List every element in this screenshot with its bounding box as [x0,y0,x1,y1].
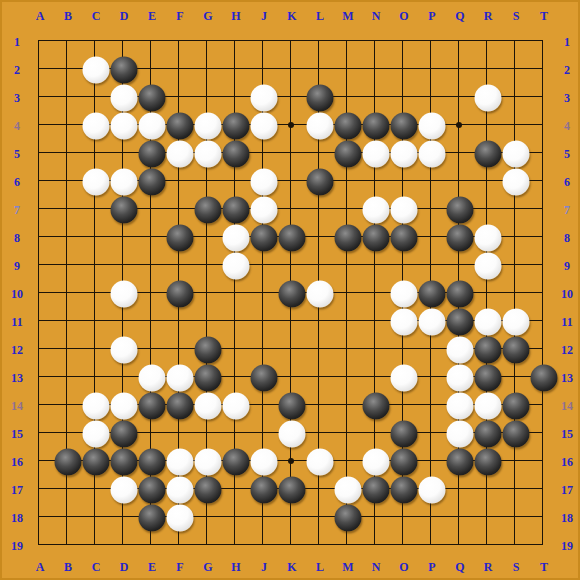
column-label-bottom: N [372,561,381,573]
column-label-top: F [176,10,183,22]
stone-white[interactable] [447,365,474,392]
row-label-left: 15 [11,428,23,440]
stone-black[interactable] [447,449,474,476]
stone-white[interactable] [167,477,194,504]
stone-white[interactable] [363,449,390,476]
column-label-top: O [399,10,408,22]
row-label-right: 10 [561,288,573,300]
stone-white[interactable] [251,449,278,476]
stone-white[interactable] [419,141,446,168]
row-label-right: 15 [561,428,573,440]
stone-black[interactable] [363,225,390,252]
row-label-left: 11 [11,316,22,328]
stone-white[interactable] [447,393,474,420]
star-point [288,122,294,128]
stone-black[interactable] [223,449,250,476]
stone-white[interactable] [167,505,194,532]
row-label-right: 9 [564,260,570,272]
stone-white[interactable] [83,421,110,448]
stone-white[interactable] [391,309,418,336]
row-label-left: 5 [14,148,20,160]
row-label-left: 1 [14,36,20,48]
column-label-bottom: Q [455,561,464,573]
stone-black[interactable] [447,225,474,252]
row-label-right: 14 [561,400,573,412]
column-label-top: H [231,10,240,22]
stone-white[interactable] [223,253,250,280]
column-label-top: J [261,10,267,22]
stone-white[interactable] [139,113,166,140]
stone-black[interactable] [139,393,166,420]
go-board[interactable]: AABBCCDDEEFFGGHHJJKKLLMMNNOOPPQQRRSSTT11… [0,0,580,580]
stone-black[interactable] [363,393,390,420]
stone-white[interactable] [391,197,418,224]
row-label-right: 5 [564,148,570,160]
stone-black[interactable] [195,337,222,364]
stone-black[interactable] [139,505,166,532]
grid-line [38,544,543,545]
stone-black[interactable] [503,421,530,448]
row-label-left: 12 [11,344,23,356]
row-label-left: 2 [14,64,20,76]
star-point [456,122,462,128]
stone-black[interactable] [251,225,278,252]
stone-black[interactable] [447,197,474,224]
stone-black[interactable] [475,141,502,168]
stone-black[interactable] [335,113,362,140]
stone-black[interactable] [251,365,278,392]
stone-black[interactable] [167,113,194,140]
stone-white[interactable] [335,477,362,504]
row-label-left: 3 [14,92,20,104]
stone-black[interactable] [279,393,306,420]
column-label-top: R [484,10,493,22]
row-label-right: 6 [564,176,570,188]
stone-white[interactable] [307,113,334,140]
column-label-top: Q [455,10,464,22]
stone-white[interactable] [419,113,446,140]
stone-white[interactable] [475,85,502,112]
column-label-top: D [120,10,129,22]
stone-black[interactable] [335,225,362,252]
stone-black[interactable] [139,449,166,476]
row-label-right: 19 [561,540,573,552]
row-label-right: 4 [564,120,570,132]
stone-white[interactable] [475,253,502,280]
stone-white[interactable] [251,197,278,224]
stone-black[interactable] [195,365,222,392]
row-label-left: 14 [11,400,23,412]
stone-white[interactable] [307,281,334,308]
column-label-bottom: H [231,561,240,573]
column-label-top: E [148,10,156,22]
grid-line [542,40,543,545]
stone-black[interactable] [139,169,166,196]
stone-white[interactable] [447,421,474,448]
stone-black[interactable] [475,337,502,364]
column-label-bottom: L [316,561,324,573]
stone-white[interactable] [503,169,530,196]
stone-white[interactable] [447,337,474,364]
stone-black[interactable] [363,113,390,140]
stone-white[interactable] [111,337,138,364]
stone-white[interactable] [391,365,418,392]
stone-white[interactable] [363,197,390,224]
row-label-right: 11 [561,316,572,328]
stone-white[interactable] [307,449,334,476]
stone-black[interactable] [167,225,194,252]
stone-black[interactable] [111,449,138,476]
stone-white[interactable] [475,225,502,252]
column-label-bottom: A [36,561,45,573]
column-label-top: K [287,10,296,22]
column-label-top: L [316,10,324,22]
column-label-top: S [513,10,520,22]
stone-black[interactable] [391,225,418,252]
stone-white[interactable] [195,449,222,476]
stone-black[interactable] [139,85,166,112]
stone-white[interactable] [391,281,418,308]
stone-white[interactable] [503,309,530,336]
column-label-bottom: R [484,561,493,573]
stone-white[interactable] [223,393,250,420]
grid-line [514,40,515,545]
column-label-bottom: P [428,561,435,573]
stone-black[interactable] [55,449,82,476]
stone-white[interactable] [111,169,138,196]
column-label-bottom: S [513,561,520,573]
stone-black[interactable] [503,393,530,420]
grid-line [38,516,543,517]
stone-white[interactable] [139,365,166,392]
stone-black[interactable] [195,197,222,224]
row-label-left: 9 [14,260,20,272]
column-label-bottom: B [64,561,72,573]
stone-white[interactable] [251,85,278,112]
stone-black[interactable] [279,225,306,252]
stone-white[interactable] [363,141,390,168]
stone-white[interactable] [195,141,222,168]
stone-white[interactable] [251,169,278,196]
stone-black[interactable] [167,393,194,420]
stone-black[interactable] [391,449,418,476]
stone-white[interactable] [475,393,502,420]
stone-white[interactable] [279,421,306,448]
row-label-right: 16 [561,456,573,468]
stone-black[interactable] [111,57,138,84]
stone-white[interactable] [83,57,110,84]
row-label-left: 18 [11,512,23,524]
row-label-left: 7 [14,204,20,216]
stone-black[interactable] [139,477,166,504]
column-label-bottom: J [261,561,267,573]
stone-black[interactable] [419,281,446,308]
stone-white[interactable] [419,477,446,504]
column-label-bottom: O [399,561,408,573]
row-label-right: 12 [561,344,573,356]
row-label-right: 8 [564,232,570,244]
stone-white[interactable] [83,393,110,420]
stone-black[interactable] [223,113,250,140]
row-label-right: 13 [561,372,573,384]
column-label-top: P [428,10,435,22]
stone-white[interactable] [391,141,418,168]
stone-white[interactable] [111,477,138,504]
stone-black[interactable] [279,477,306,504]
stone-black[interactable] [391,421,418,448]
column-label-top: A [36,10,45,22]
stone-black[interactable] [391,477,418,504]
column-label-top: C [92,10,101,22]
column-label-bottom: K [287,561,296,573]
column-label-bottom: T [540,561,548,573]
row-label-left: 4 [14,120,20,132]
stone-black[interactable] [139,141,166,168]
stone-black[interactable] [223,141,250,168]
stone-black[interactable] [447,281,474,308]
column-label-bottom: D [120,561,129,573]
row-label-left: 13 [11,372,23,384]
stone-black[interactable] [83,449,110,476]
stone-white[interactable] [167,141,194,168]
stone-black[interactable] [475,421,502,448]
stone-white[interactable] [111,85,138,112]
row-label-right: 2 [564,64,570,76]
column-label-bottom: F [176,561,183,573]
stone-black[interactable] [279,281,306,308]
stone-black[interactable] [195,477,222,504]
column-label-top: N [372,10,381,22]
stone-white[interactable] [111,113,138,140]
column-label-top: B [64,10,72,22]
stone-black[interactable] [531,365,558,392]
stone-black[interactable] [307,169,334,196]
column-label-bottom: E [148,561,156,573]
stone-white[interactable] [83,169,110,196]
stone-white[interactable] [111,281,138,308]
row-label-right: 17 [561,484,573,496]
row-label-right: 1 [564,36,570,48]
stone-black[interactable] [475,365,502,392]
stone-white[interactable] [167,449,194,476]
stone-white[interactable] [419,309,446,336]
column-label-top: M [342,10,353,22]
stone-white[interactable] [195,393,222,420]
stone-white[interactable] [223,225,250,252]
stone-black[interactable] [363,477,390,504]
stone-white[interactable] [167,365,194,392]
stone-black[interactable] [335,141,362,168]
stone-white[interactable] [503,141,530,168]
stone-white[interactable] [111,393,138,420]
row-label-left: 17 [11,484,23,496]
stone-white[interactable] [251,113,278,140]
row-label-left: 19 [11,540,23,552]
row-label-right: 3 [564,92,570,104]
row-label-left: 16 [11,456,23,468]
stone-black[interactable] [307,85,334,112]
stone-black[interactable] [335,505,362,532]
stone-black[interactable] [503,337,530,364]
star-point [288,458,294,464]
row-label-right: 18 [561,512,573,524]
column-label-top: T [540,10,548,22]
stone-black[interactable] [167,281,194,308]
column-label-bottom: C [92,561,101,573]
stone-black[interactable] [251,477,278,504]
stone-black[interactable] [391,113,418,140]
stone-white[interactable] [195,113,222,140]
stone-black[interactable] [447,309,474,336]
column-label-bottom: M [342,561,353,573]
stone-black[interactable] [111,421,138,448]
stone-black[interactable] [475,449,502,476]
column-label-top: G [203,10,212,22]
row-label-right: 7 [564,204,570,216]
row-label-left: 10 [11,288,23,300]
row-label-left: 6 [14,176,20,188]
stone-white[interactable] [83,113,110,140]
stone-white[interactable] [475,309,502,336]
column-label-bottom: G [203,561,212,573]
stone-black[interactable] [223,197,250,224]
stone-black[interactable] [111,197,138,224]
row-label-left: 8 [14,232,20,244]
